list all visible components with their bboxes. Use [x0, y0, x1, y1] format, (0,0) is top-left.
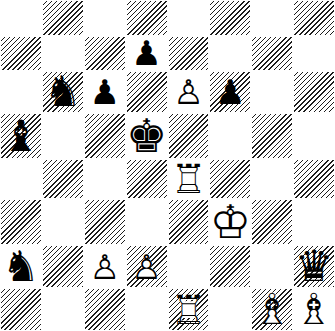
square-a1[interactable]	[0, 288, 42, 331]
piece-black-knight[interactable]: ♞	[44, 71, 82, 113]
square-f2[interactable]	[209, 245, 251, 288]
white-bishop-icon: ♗	[253, 288, 292, 331]
square-d8[interactable]	[126, 0, 168, 36]
square-b2[interactable]	[42, 245, 84, 288]
square-b8[interactable]	[42, 0, 84, 36]
square-h4[interactable]	[293, 159, 335, 199]
white-rook-icon: ♖	[171, 290, 207, 330]
square-e1[interactable]: ♜♖	[168, 288, 210, 331]
square-g5[interactable]	[251, 113, 293, 159]
square-a7[interactable]	[0, 36, 42, 72]
square-a3[interactable]	[0, 199, 42, 245]
chess-board: ♟♞♟♟♙♟♝♚♜♖♚♔♞♟♙♟♙♛♜♖♝♗♝♗	[0, 0, 335, 331]
square-d2[interactable]: ♟♙	[126, 245, 168, 288]
square-g7[interactable]	[251, 36, 293, 72]
piece-white-bishop[interactable]: ♝♗	[253, 288, 292, 331]
piece-white-pawn[interactable]: ♟♙	[131, 250, 161, 284]
square-a6[interactable]	[0, 71, 42, 113]
square-h3[interactable]	[293, 199, 335, 245]
square-e4[interactable]: ♜♖	[168, 159, 210, 199]
black-queen-icon: ♛	[295, 245, 334, 288]
square-b7[interactable]	[42, 36, 84, 72]
square-e7[interactable]	[168, 36, 210, 72]
square-b5[interactable]	[42, 113, 84, 159]
chess-diagram: ♟♞♟♟♙♟♝♚♜♖♚♔♞♟♙♟♙♛♜♖♝♗♝♗	[0, 0, 335, 331]
square-b6[interactable]: ♞	[42, 71, 84, 113]
square-g3[interactable]	[251, 199, 293, 245]
black-king-icon: ♚	[126, 113, 167, 159]
square-f5[interactable]	[209, 113, 251, 159]
square-c6[interactable]: ♟	[84, 71, 126, 113]
square-e6[interactable]: ♟♙	[168, 71, 210, 113]
square-f6[interactable]: ♟	[209, 71, 251, 113]
white-pawn-icon: ♙	[89, 250, 119, 284]
square-d1[interactable]	[126, 288, 168, 331]
square-h2[interactable]: ♛	[293, 245, 335, 288]
square-h6[interactable]	[293, 71, 335, 113]
square-h5[interactable]	[293, 113, 335, 159]
square-e2[interactable]	[168, 245, 210, 288]
square-c5[interactable]	[84, 113, 126, 159]
square-g2[interactable]	[251, 245, 293, 288]
square-f3[interactable]: ♚♔	[209, 199, 251, 245]
piece-black-bishop[interactable]: ♝	[2, 115, 41, 158]
square-h8[interactable]	[293, 0, 335, 36]
square-d4[interactable]	[126, 159, 168, 199]
square-e8[interactable]	[168, 0, 210, 36]
square-c2[interactable]: ♟♙	[84, 245, 126, 288]
piece-black-king[interactable]: ♚	[126, 113, 167, 159]
piece-black-queen[interactable]: ♛	[295, 245, 334, 288]
square-c7[interactable]	[84, 36, 126, 72]
square-d3[interactable]	[126, 199, 168, 245]
square-h1[interactable]: ♝♗	[293, 288, 335, 331]
black-bishop-icon: ♝	[2, 115, 41, 158]
square-d7[interactable]: ♟	[126, 36, 168, 72]
square-b1[interactable]	[42, 288, 84, 331]
piece-black-knight[interactable]: ♞	[2, 246, 40, 288]
square-c1[interactable]	[84, 288, 126, 331]
square-f4[interactable]	[209, 159, 251, 199]
white-pawn-icon: ♙	[131, 250, 161, 284]
square-h7[interactable]	[293, 36, 335, 72]
square-c4[interactable]	[84, 159, 126, 199]
square-a5[interactable]: ♝	[0, 113, 42, 159]
square-g8[interactable]	[251, 0, 293, 36]
white-king-icon: ♔	[210, 199, 251, 245]
square-b3[interactable]	[42, 199, 84, 245]
piece-white-pawn[interactable]: ♟♙	[89, 250, 119, 284]
square-a4[interactable]	[0, 159, 42, 199]
square-a2[interactable]: ♞	[0, 245, 42, 288]
square-c8[interactable]	[84, 0, 126, 36]
white-bishop-icon: ♗	[295, 288, 334, 331]
piece-black-pawn[interactable]: ♟	[131, 36, 161, 70]
square-f8[interactable]	[209, 0, 251, 36]
piece-white-bishop[interactable]: ♝♗	[295, 288, 334, 331]
piece-white-rook[interactable]: ♜♖	[171, 159, 207, 199]
black-pawn-icon: ♟	[89, 75, 119, 109]
square-e5[interactable]	[168, 113, 210, 159]
square-g1[interactable]: ♝♗	[251, 288, 293, 331]
black-pawn-icon: ♟	[131, 36, 161, 70]
square-g6[interactable]	[251, 71, 293, 113]
black-knight-icon: ♞	[2, 246, 40, 288]
square-a8[interactable]	[0, 0, 42, 36]
piece-black-pawn[interactable]: ♟	[215, 75, 245, 109]
piece-white-king[interactable]: ♚♔	[210, 199, 251, 245]
square-b4[interactable]	[42, 159, 84, 199]
square-g4[interactable]	[251, 159, 293, 199]
square-f7[interactable]	[209, 36, 251, 72]
white-pawn-icon: ♙	[173, 75, 203, 109]
square-f1[interactable]	[209, 288, 251, 331]
piece-black-pawn[interactable]: ♟	[89, 75, 119, 109]
square-d6[interactable]	[126, 71, 168, 113]
piece-white-rook[interactable]: ♜♖	[171, 290, 207, 330]
black-pawn-icon: ♟	[215, 75, 245, 109]
square-e3[interactable]	[168, 199, 210, 245]
white-rook-icon: ♖	[171, 159, 207, 199]
black-knight-icon: ♞	[44, 71, 82, 113]
square-d5[interactable]: ♚	[126, 113, 168, 159]
piece-white-pawn[interactable]: ♟♙	[173, 75, 203, 109]
square-c3[interactable]	[84, 199, 126, 245]
